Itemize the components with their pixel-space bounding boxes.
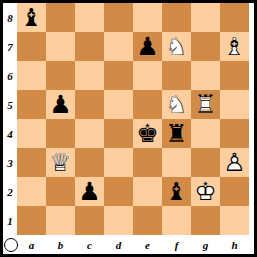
file-labels: abcdefgh [17,235,249,254]
square-e8[interactable] [133,3,162,32]
square-d1[interactable] [104,206,133,235]
file-label-f: f [162,235,191,254]
white-rook-g5: ♜♖ [191,90,220,119]
white-to-move-indicator [4,238,18,252]
square-h7[interactable]: ♝♗ [220,32,249,61]
square-c5[interactable] [75,90,104,119]
square-c6[interactable] [75,61,104,90]
square-g4[interactable] [191,119,220,148]
square-f3[interactable] [162,148,191,177]
square-f5[interactable]: ♞♘ [162,90,191,119]
square-f4[interactable]: ♜ [162,119,191,148]
square-d4[interactable] [104,119,133,148]
square-c7[interactable] [75,32,104,61]
rank-label-2: 2 [3,177,17,206]
square-c3[interactable] [75,148,104,177]
piece-outline: ♘ [162,32,191,61]
square-g3[interactable] [191,148,220,177]
square-c8[interactable] [75,3,104,32]
square-h3[interactable]: ♟♙ [220,148,249,177]
square-h8[interactable] [220,3,249,32]
square-b7[interactable] [46,32,75,61]
piece-outline: ♘ [162,90,191,119]
square-h4[interactable] [220,119,249,148]
square-b3[interactable]: ♛♕ [46,148,75,177]
white-knight-f5: ♞♘ [162,90,191,119]
square-a7[interactable] [17,32,46,61]
file-label-a: a [17,235,46,254]
square-d2[interactable] [104,177,133,206]
square-e5[interactable] [133,90,162,119]
square-c1[interactable] [75,206,104,235]
file-label-b: b [46,235,75,254]
square-a8[interactable]: ♝ [17,3,46,32]
square-a3[interactable] [17,148,46,177]
square-g8[interactable] [191,3,220,32]
white-pawn-h3: ♟♙ [220,148,249,177]
square-g7[interactable] [191,32,220,61]
file-label-d: d [104,235,133,254]
square-f2[interactable]: ♝ [162,177,191,206]
square-a6[interactable] [17,61,46,90]
black-pawn-e7: ♟ [133,32,162,61]
square-b6[interactable] [46,61,75,90]
square-h2[interactable] [220,177,249,206]
square-g5[interactable]: ♜♖ [191,90,220,119]
square-e4[interactable]: ♚ [133,119,162,148]
square-b5[interactable]: ♟ [46,90,75,119]
piece-outline: ♙ [220,148,249,177]
square-c2[interactable]: ♟ [75,177,104,206]
black-rook-f4: ♜ [162,119,191,148]
square-a1[interactable] [17,206,46,235]
square-b8[interactable] [46,3,75,32]
white-bishop-h7: ♝♗ [220,32,249,61]
square-e3[interactable] [133,148,162,177]
square-g6[interactable] [191,61,220,90]
square-f7[interactable]: ♞♘ [162,32,191,61]
square-a4[interactable] [17,119,46,148]
white-queen-b3: ♛♕ [46,148,75,177]
rank-label-4: 4 [3,119,17,148]
file-label-h: h [220,235,249,254]
black-bishop-a8: ♝ [17,3,46,32]
square-e6[interactable] [133,61,162,90]
square-g2[interactable]: ♚♔ [191,177,220,206]
square-e7[interactable]: ♟ [133,32,162,61]
chess-diagram: 87654321 ♝♟♞♘♝♗♟♞♘♜♖♚♜♛♕♟♙♟♝♚♔ abcdefgh [0,0,257,257]
square-h6[interactable] [220,61,249,90]
black-pawn-c2: ♟ [75,177,104,206]
black-bishop-f2: ♝ [162,177,191,206]
square-d3[interactable] [104,148,133,177]
square-h5[interactable] [220,90,249,119]
square-e2[interactable] [133,177,162,206]
rank-label-1: 1 [3,206,17,235]
square-f6[interactable] [162,61,191,90]
file-label-c: c [75,235,104,254]
rank-label-5: 5 [3,90,17,119]
square-e1[interactable] [133,206,162,235]
square-c4[interactable] [75,119,104,148]
square-f8[interactable] [162,3,191,32]
piece-outline: ♔ [191,177,220,206]
file-label-e: e [133,235,162,254]
square-b1[interactable] [46,206,75,235]
rank-label-3: 3 [3,148,17,177]
piece-outline: ♗ [220,32,249,61]
file-label-g: g [191,235,220,254]
white-knight-f7: ♞♘ [162,32,191,61]
black-pawn-b5: ♟ [46,90,75,119]
rank-labels: 87654321 [3,3,17,235]
square-f1[interactable] [162,206,191,235]
square-h1[interactable] [220,206,249,235]
square-b2[interactable] [46,177,75,206]
square-b4[interactable] [46,119,75,148]
rank-label-8: 8 [3,3,17,32]
square-a2[interactable] [17,177,46,206]
square-a5[interactable] [17,90,46,119]
square-g1[interactable] [191,206,220,235]
board: ♝♟♞♘♝♗♟♞♘♜♖♚♜♛♕♟♙♟♝♚♔ [17,3,249,235]
square-d6[interactable] [104,61,133,90]
rank-label-6: 6 [3,61,17,90]
black-king-e4: ♚ [133,119,162,148]
white-king-g2: ♚♔ [191,177,220,206]
square-d5[interactable] [104,90,133,119]
piece-outline: ♖ [191,90,220,119]
rank-label-7: 7 [3,32,17,61]
piece-outline: ♕ [46,148,75,177]
square-d8[interactable] [104,3,133,32]
square-d7[interactable] [104,32,133,61]
